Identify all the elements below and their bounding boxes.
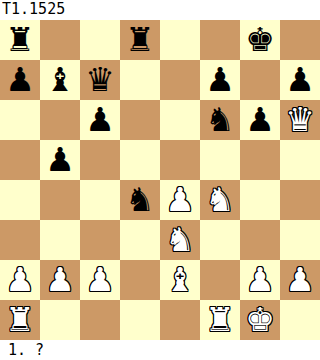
square-g6[interactable]: ♟ — [240, 100, 280, 140]
piece-black-pawn[interactable]: ♟ — [5, 60, 35, 100]
square-b3[interactable] — [40, 220, 80, 260]
square-f7[interactable]: ♟ — [200, 60, 240, 100]
square-d2[interactable] — [120, 260, 160, 300]
square-d6[interactable] — [120, 100, 160, 140]
piece-white-pawn[interactable]: ♟ — [5, 260, 35, 300]
square-d1[interactable] — [120, 300, 160, 340]
piece-white-knight[interactable]: ♞ — [205, 180, 235, 220]
square-h2[interactable]: ♟ — [280, 260, 320, 300]
square-g3[interactable] — [240, 220, 280, 260]
piece-white-pawn[interactable]: ♟ — [165, 180, 195, 220]
square-f8[interactable] — [200, 20, 240, 60]
square-e3[interactable]: ♞ — [160, 220, 200, 260]
square-d3[interactable] — [120, 220, 160, 260]
square-e1[interactable] — [160, 300, 200, 340]
square-b8[interactable] — [40, 20, 80, 60]
square-g7[interactable] — [240, 60, 280, 100]
square-c1[interactable] — [80, 300, 120, 340]
square-e4[interactable]: ♟ — [160, 180, 200, 220]
square-c2[interactable]: ♟ — [80, 260, 120, 300]
piece-black-pawn[interactable]: ♟ — [45, 140, 75, 180]
piece-white-pawn[interactable]: ♟ — [45, 260, 75, 300]
square-e2[interactable]: ♝ — [160, 260, 200, 300]
square-a3[interactable] — [0, 220, 40, 260]
square-f6[interactable]: ♞ — [200, 100, 240, 140]
square-b6[interactable] — [40, 100, 80, 140]
square-h6[interactable]: ♛ — [280, 100, 320, 140]
piece-white-pawn[interactable]: ♟ — [85, 260, 115, 300]
piece-black-queen[interactable]: ♛ — [85, 60, 115, 100]
square-a5[interactable] — [0, 140, 40, 180]
piece-white-rook[interactable]: ♜ — [205, 300, 235, 340]
square-b1[interactable] — [40, 300, 80, 340]
square-h5[interactable] — [280, 140, 320, 180]
square-c7[interactable]: ♛ — [80, 60, 120, 100]
square-a7[interactable]: ♟ — [0, 60, 40, 100]
piece-white-pawn[interactable]: ♟ — [245, 260, 275, 300]
square-a6[interactable] — [0, 100, 40, 140]
square-e7[interactable] — [160, 60, 200, 100]
square-b7[interactable]: ♝ — [40, 60, 80, 100]
piece-white-queen[interactable]: ♛ — [285, 100, 315, 140]
piece-white-knight[interactable]: ♞ — [165, 220, 195, 260]
piece-black-rook[interactable]: ♜ — [125, 20, 155, 60]
square-c5[interactable] — [80, 140, 120, 180]
square-d7[interactable] — [120, 60, 160, 100]
square-h7[interactable]: ♟ — [280, 60, 320, 100]
move-prompt: 1. ? — [0, 340, 320, 360]
piece-black-bishop[interactable]: ♝ — [45, 60, 75, 100]
square-c4[interactable] — [80, 180, 120, 220]
square-c8[interactable] — [80, 20, 120, 60]
square-c6[interactable]: ♟ — [80, 100, 120, 140]
piece-white-bishop[interactable]: ♝ — [165, 260, 195, 300]
piece-black-knight[interactable]: ♞ — [205, 100, 235, 140]
piece-white-rook[interactable]: ♜ — [5, 300, 35, 340]
square-g1[interactable]: ♚ — [240, 300, 280, 340]
chess-board: ♜♜♚♟♝♛♟♟♟♞♟♛♟♞♟♞♞♟♟♟♝♟♟♜♜♚ — [0, 20, 320, 340]
piece-black-pawn[interactable]: ♟ — [285, 60, 315, 100]
square-a8[interactable]: ♜ — [0, 20, 40, 60]
square-f2[interactable] — [200, 260, 240, 300]
piece-black-pawn[interactable]: ♟ — [245, 100, 275, 140]
square-f5[interactable] — [200, 140, 240, 180]
piece-white-king[interactable]: ♚ — [245, 300, 275, 340]
square-b2[interactable]: ♟ — [40, 260, 80, 300]
square-g5[interactable] — [240, 140, 280, 180]
square-d5[interactable] — [120, 140, 160, 180]
square-f1[interactable]: ♜ — [200, 300, 240, 340]
square-d4[interactable]: ♞ — [120, 180, 160, 220]
square-d8[interactable]: ♜ — [120, 20, 160, 60]
chess-puzzle-app: T1.1525 ♜♜♚♟♝♛♟♟♟♞♟♛♟♞♟♞♞♟♟♟♝♟♟♜♜♚ 1. ? — [0, 0, 320, 360]
piece-white-pawn[interactable]: ♟ — [285, 260, 315, 300]
square-a1[interactable]: ♜ — [0, 300, 40, 340]
piece-black-king[interactable]: ♚ — [245, 20, 275, 60]
square-e8[interactable] — [160, 20, 200, 60]
piece-black-rook[interactable]: ♜ — [5, 20, 35, 60]
puzzle-title: T1.1525 — [0, 0, 320, 20]
piece-black-pawn[interactable]: ♟ — [85, 100, 115, 140]
square-h3[interactable] — [280, 220, 320, 260]
square-h8[interactable] — [280, 20, 320, 60]
square-g4[interactable] — [240, 180, 280, 220]
square-e6[interactable] — [160, 100, 200, 140]
square-h1[interactable] — [280, 300, 320, 340]
square-h4[interactable] — [280, 180, 320, 220]
square-b4[interactable] — [40, 180, 80, 220]
piece-black-knight[interactable]: ♞ — [125, 180, 155, 220]
square-b5[interactable]: ♟ — [40, 140, 80, 180]
square-g8[interactable]: ♚ — [240, 20, 280, 60]
square-c3[interactable] — [80, 220, 120, 260]
square-e5[interactable] — [160, 140, 200, 180]
piece-black-pawn[interactable]: ♟ — [205, 60, 235, 100]
square-a4[interactable] — [0, 180, 40, 220]
square-f4[interactable]: ♞ — [200, 180, 240, 220]
square-a2[interactable]: ♟ — [0, 260, 40, 300]
square-f3[interactable] — [200, 220, 240, 260]
square-g2[interactable]: ♟ — [240, 260, 280, 300]
